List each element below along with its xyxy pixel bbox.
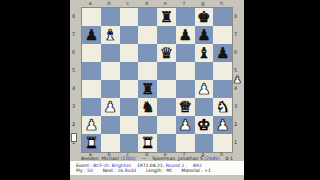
- players-line: Beeden, Michael (2205) — Speelman, Jonat…: [70, 156, 244, 161]
- event-name: BCF-ch, Brighton: [93, 163, 131, 168]
- square-b3[interactable]: ♟: [101, 98, 120, 116]
- square-e8[interactable]: ♜: [157, 8, 176, 26]
- square-e3[interactable]: [157, 98, 176, 116]
- material-advantage-pawn-icon: ♟: [233, 75, 242, 85]
- piece-black-pawn-f7[interactable]: ♟: [178, 27, 191, 42]
- square-g7[interactable]: ♟: [195, 26, 214, 44]
- next-move: 26.Rxd3: [118, 168, 137, 173]
- white-player-rating: (2205): [120, 156, 135, 161]
- file-label-h: h: [212, 0, 231, 6]
- rank-label-3: 3: [234, 97, 242, 115]
- black-player-rating: (2445): [204, 156, 219, 161]
- piece-black-pawn-g7[interactable]: ♟: [197, 27, 210, 42]
- white-player-name: Beeden, Michael: [81, 156, 119, 161]
- file-label-d: d: [137, 0, 156, 6]
- square-c2[interactable]: [120, 116, 139, 134]
- square-b6[interactable]: [101, 44, 120, 62]
- rank-labels-left: 87654321: [72, 7, 80, 151]
- square-h2[interactable]: ♟: [213, 116, 232, 134]
- rank-label-3: 3: [72, 97, 80, 115]
- file-label-a: a: [81, 0, 100, 6]
- square-f8[interactable]: [176, 8, 195, 26]
- square-c8[interactable]: [120, 8, 139, 26]
- square-h6[interactable]: ♟: [213, 44, 232, 62]
- rank-label-6: 6: [72, 43, 80, 61]
- piece-black-king-g8[interactable]: ♚: [197, 9, 210, 24]
- square-d3[interactable]: ♞: [138, 98, 157, 116]
- square-d7[interactable]: [138, 26, 157, 44]
- square-f4[interactable]: [176, 80, 195, 98]
- chess-board[interactable]: ♜♚♟♝♟♟♛♝♟♜♟♟♞♛♞♟♟♚♟♜♜: [81, 7, 233, 153]
- file-label-e: e: [156, 0, 175, 6]
- piece-white-pawn-h2[interactable]: ♟: [216, 117, 229, 132]
- square-a6[interactable]: [82, 44, 101, 62]
- square-f2[interactable]: ♟: [176, 116, 195, 134]
- ply-value: 50: [87, 168, 93, 173]
- file-labels-top: abcdefgh: [81, 0, 231, 6]
- square-g3[interactable]: [195, 98, 214, 116]
- event-round: Round 2 ;: [166, 163, 187, 168]
- square-e4[interactable]: [157, 80, 176, 98]
- next-label: Next :: [103, 168, 116, 173]
- square-e1[interactable]: [157, 134, 176, 152]
- square-h1[interactable]: [213, 134, 232, 152]
- square-h7[interactable]: [213, 26, 232, 44]
- square-b8[interactable]: [101, 8, 120, 26]
- square-f7[interactable]: ♟: [176, 26, 195, 44]
- square-b4[interactable]: [101, 80, 120, 98]
- square-e6[interactable]: ♛: [157, 44, 176, 62]
- square-f1[interactable]: [176, 134, 195, 152]
- black-player-name: Speelman, Jonathan S: [152, 156, 203, 161]
- square-a7[interactable]: ♟: [82, 26, 101, 44]
- eco-code: B92: [193, 163, 202, 168]
- square-f5[interactable]: [176, 62, 195, 80]
- piece-white-queen-f3[interactable]: ♛: [178, 99, 191, 114]
- piece-white-rook-a1[interactable]: ♜: [85, 135, 98, 150]
- game-info-bar: Event : BCF-ch, Brighton 1972.08.21, Rou…: [70, 161, 244, 175]
- white-to-move-marker: [71, 133, 77, 142]
- square-c5[interactable]: [120, 62, 139, 80]
- square-d1[interactable]: ♜: [138, 134, 157, 152]
- piece-white-knight-h3[interactable]: ♞: [216, 99, 229, 114]
- material-label: Material :: [182, 168, 203, 173]
- event-date: 1972.08.21,: [137, 163, 164, 168]
- square-d4[interactable]: ♜: [138, 80, 157, 98]
- rank-label-7: 7: [234, 25, 242, 43]
- square-h3[interactable]: ♞: [213, 98, 232, 116]
- players-separator: —: [142, 156, 147, 161]
- letterbox-right: [244, 0, 320, 180]
- square-d2[interactable]: [138, 116, 157, 134]
- square-e7[interactable]: [157, 26, 176, 44]
- piece-white-rook-d1[interactable]: ♜: [141, 135, 154, 150]
- piece-white-pawn-f2[interactable]: ♟: [178, 117, 191, 132]
- square-b1[interactable]: [101, 134, 120, 152]
- square-f6[interactable]: [176, 44, 195, 62]
- length-label: Length :: [146, 168, 164, 173]
- square-e5[interactable]: [157, 62, 176, 80]
- square-g5[interactable]: [195, 62, 214, 80]
- rank-label-8: 8: [234, 7, 242, 25]
- square-b5[interactable]: [101, 62, 120, 80]
- rank-label-2: 2: [72, 115, 80, 133]
- rank-label-4: 4: [72, 79, 80, 97]
- material-value: +1: [204, 168, 211, 173]
- piece-black-rook-d4[interactable]: ♜: [141, 81, 154, 96]
- square-a5[interactable]: [82, 62, 101, 80]
- piece-white-pawn-a2[interactable]: ♟: [85, 117, 98, 132]
- square-a8[interactable]: [82, 8, 101, 26]
- square-c1[interactable]: [120, 134, 139, 152]
- square-a4[interactable]: [82, 80, 101, 98]
- piece-black-pawn-a7[interactable]: ♟: [85, 27, 98, 42]
- square-a1[interactable]: ♜: [82, 134, 101, 152]
- square-g6[interactable]: ♝: [195, 44, 214, 62]
- square-h4[interactable]: [213, 80, 232, 98]
- square-b7[interactable]: ♝: [101, 26, 120, 44]
- rank-label-1: 1: [234, 133, 242, 151]
- file-label-c: c: [119, 0, 138, 6]
- piece-white-king-g2[interactable]: ♚: [197, 117, 210, 132]
- length-value: 90: [166, 168, 172, 173]
- file-label-g: g: [194, 0, 213, 6]
- square-g4[interactable]: ♟: [195, 80, 214, 98]
- rank-label-5: 5: [72, 61, 80, 79]
- square-h8[interactable]: [213, 8, 232, 26]
- file-label-b: b: [100, 0, 119, 6]
- square-b2[interactable]: [101, 116, 120, 134]
- square-a3[interactable]: [82, 98, 101, 116]
- square-a2[interactable]: ♟: [82, 116, 101, 134]
- square-c7[interactable]: [120, 26, 139, 44]
- square-e2[interactable]: [157, 116, 176, 134]
- square-c4[interactable]: [120, 80, 139, 98]
- piece-white-bishop-b7[interactable]: ♝: [103, 27, 116, 42]
- square-d5[interactable]: [138, 62, 157, 80]
- status-line: Ply : 50 Next : 26.Rxd3 Length : 90 Mate…: [76, 168, 244, 174]
- rank-label-6: 6: [234, 43, 242, 61]
- square-h5[interactable]: [213, 62, 232, 80]
- ply-label: Ply :: [76, 168, 86, 173]
- piece-white-pawn-g4[interactable]: ♟: [197, 81, 210, 96]
- chess-video-frame: abcdefgh 87654321 87654321 ♜♚♟♝♟♟♛♝♟♜♟♟♞…: [0, 0, 320, 180]
- piece-black-knight-d3[interactable]: ♞: [141, 99, 154, 114]
- square-c3[interactable]: [120, 98, 139, 116]
- rank-label-7: 7: [72, 25, 80, 43]
- square-g8[interactable]: ♚: [195, 8, 214, 26]
- square-c6[interactable]: [120, 44, 139, 62]
- piece-black-pawn-h6[interactable]: ♟: [216, 45, 229, 60]
- square-g1[interactable]: [195, 134, 214, 152]
- letterbox-left: [0, 0, 70, 180]
- rank-label-8: 8: [72, 7, 80, 25]
- event-label: Event :: [76, 163, 92, 168]
- square-f3[interactable]: ♛: [176, 98, 195, 116]
- square-d8[interactable]: [138, 8, 157, 26]
- game-result: 0-1: [225, 156, 233, 161]
- piece-black-queen-e6[interactable]: ♛: [160, 45, 173, 60]
- rank-label-2: 2: [234, 115, 242, 133]
- piece-black-bishop-g6[interactable]: ♝: [197, 45, 210, 60]
- piece-white-pawn-b3[interactable]: ♟: [103, 99, 116, 114]
- square-d6[interactable]: [138, 44, 157, 62]
- piece-black-rook-e8[interactable]: ♜: [160, 9, 173, 24]
- square-g2[interactable]: ♚: [195, 116, 214, 134]
- file-label-f: f: [175, 0, 194, 6]
